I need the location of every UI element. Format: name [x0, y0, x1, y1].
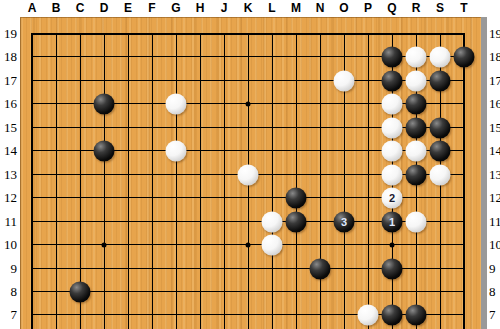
stone-white-R11[interactable] — [406, 211, 427, 232]
grid-line-vertical — [296, 33, 297, 329]
stone-black-R16[interactable] — [406, 94, 427, 115]
row-label-right-18: 18 — [489, 49, 500, 65]
stone-white-R14[interactable] — [406, 141, 427, 162]
column-label-R: R — [404, 1, 428, 16]
grid-line-vertical — [224, 33, 225, 329]
stone-white-Q16[interactable] — [382, 94, 403, 115]
column-label-D: D — [92, 1, 116, 16]
stone-black-S14[interactable] — [430, 141, 451, 162]
stone-black-M11[interactable] — [286, 211, 307, 232]
column-label-P: P — [356, 1, 380, 16]
row-label-left-13: 13 — [0, 167, 17, 183]
stone-white-O17[interactable] — [334, 70, 355, 91]
stone-black-D14[interactable] — [94, 141, 115, 162]
row-label-right-7: 7 — [489, 307, 500, 323]
stone-black-N9[interactable] — [310, 258, 331, 279]
move-number-label: 3 — [341, 216, 347, 227]
column-label-H: H — [188, 1, 212, 16]
row-label-right-9: 9 — [489, 261, 500, 277]
stone-white-K13[interactable] — [238, 164, 259, 185]
move-number-label: 2 — [389, 193, 395, 204]
row-label-left-12: 12 — [0, 190, 17, 206]
stone-white-Q12[interactable]: 2 — [382, 188, 403, 209]
stone-black-Q18[interactable] — [382, 47, 403, 68]
column-label-E: E — [116, 1, 140, 16]
row-label-right-8: 8 — [489, 284, 500, 300]
row-label-left-16: 16 — [0, 96, 17, 112]
grid-line-vertical — [128, 33, 129, 329]
stone-black-Q7[interactable] — [382, 305, 403, 326]
row-label-right-13: 13 — [489, 167, 500, 183]
grid-line-vertical — [176, 33, 177, 329]
grid-line-vertical — [152, 33, 153, 329]
grid-line-vertical — [272, 33, 273, 329]
star-point — [246, 243, 251, 248]
grid-line-vertical — [368, 33, 369, 329]
column-label-B: B — [44, 1, 68, 16]
column-label-N: N — [308, 1, 332, 16]
row-label-left-11: 11 — [0, 214, 17, 230]
row-label-right-16: 16 — [489, 96, 500, 112]
column-label-S: S — [428, 1, 452, 16]
stone-white-G14[interactable] — [166, 141, 187, 162]
stone-white-L11[interactable] — [262, 211, 283, 232]
stone-black-S15[interactable] — [430, 117, 451, 138]
grid-line-vertical — [463, 33, 465, 329]
stone-black-R7[interactable] — [406, 305, 427, 326]
stone-black-C8[interactable] — [70, 281, 91, 302]
go-board-screen: 312 ABCDEFGHJKLMNOPQRST19191818171716161… — [0, 0, 500, 329]
grid-line-vertical — [56, 33, 57, 329]
stone-white-Q13[interactable] — [382, 164, 403, 185]
stone-white-R17[interactable] — [406, 70, 427, 91]
column-label-C: C — [68, 1, 92, 16]
stone-black-S17[interactable] — [430, 70, 451, 91]
star-point — [390, 243, 395, 248]
grid-line-horizontal — [31, 33, 465, 35]
row-label-right-19: 19 — [489, 26, 500, 42]
row-label-left-10: 10 — [0, 237, 17, 253]
column-label-K: K — [236, 1, 260, 16]
row-label-left-18: 18 — [0, 49, 17, 65]
grid-line-vertical — [200, 33, 201, 329]
grid-line-vertical — [320, 33, 321, 329]
row-label-left-17: 17 — [0, 73, 17, 89]
stone-white-S18[interactable] — [430, 47, 451, 68]
star-point — [102, 243, 107, 248]
stone-black-T18[interactable] — [454, 47, 475, 68]
stone-white-S13[interactable] — [430, 164, 451, 185]
row-label-left-7: 7 — [0, 307, 17, 323]
row-label-right-15: 15 — [489, 120, 500, 136]
column-label-M: M — [284, 1, 308, 16]
move-number-label: 1 — [389, 216, 395, 227]
row-label-right-10: 10 — [489, 237, 500, 253]
stone-white-Q14[interactable] — [382, 141, 403, 162]
column-label-L: L — [260, 1, 284, 16]
stone-white-L10[interactable] — [262, 235, 283, 256]
stone-black-Q9[interactable] — [382, 258, 403, 279]
row-label-left-15: 15 — [0, 120, 17, 136]
column-label-G: G — [164, 1, 188, 16]
grid-line-vertical — [31, 33, 33, 329]
stone-white-G16[interactable] — [166, 94, 187, 115]
stone-black-M12[interactable] — [286, 188, 307, 209]
row-label-left-8: 8 — [0, 284, 17, 300]
row-label-left-9: 9 — [0, 261, 17, 277]
stone-black-R15[interactable] — [406, 117, 427, 138]
grid-line-vertical — [104, 33, 105, 329]
grid-line-horizontal — [31, 291, 465, 292]
row-label-right-17: 17 — [489, 73, 500, 89]
row-label-right-12: 12 — [489, 190, 500, 206]
row-label-right-11: 11 — [489, 214, 500, 230]
stone-black-D16[interactable] — [94, 94, 115, 115]
column-label-T: T — [452, 1, 476, 16]
column-label-F: F — [140, 1, 164, 16]
row-label-left-14: 14 — [0, 143, 17, 159]
star-point — [246, 102, 251, 107]
row-label-left-19: 19 — [0, 26, 17, 42]
stone-white-P7[interactable] — [358, 305, 379, 326]
column-label-O: O — [332, 1, 356, 16]
row-label-right-14: 14 — [489, 143, 500, 159]
stone-white-Q15[interactable] — [382, 117, 403, 138]
stone-black-R13[interactable] — [406, 164, 427, 185]
board-edge-shadow — [481, 17, 487, 329]
stone-black-O11[interactable]: 3 — [334, 211, 355, 232]
column-label-A: A — [20, 1, 44, 16]
stone-black-Q17[interactable] — [382, 70, 403, 91]
column-label-Q: Q — [380, 1, 404, 16]
stone-black-Q11[interactable]: 1 — [382, 211, 403, 232]
column-label-J: J — [212, 1, 236, 16]
stone-white-R18[interactable] — [406, 47, 427, 68]
